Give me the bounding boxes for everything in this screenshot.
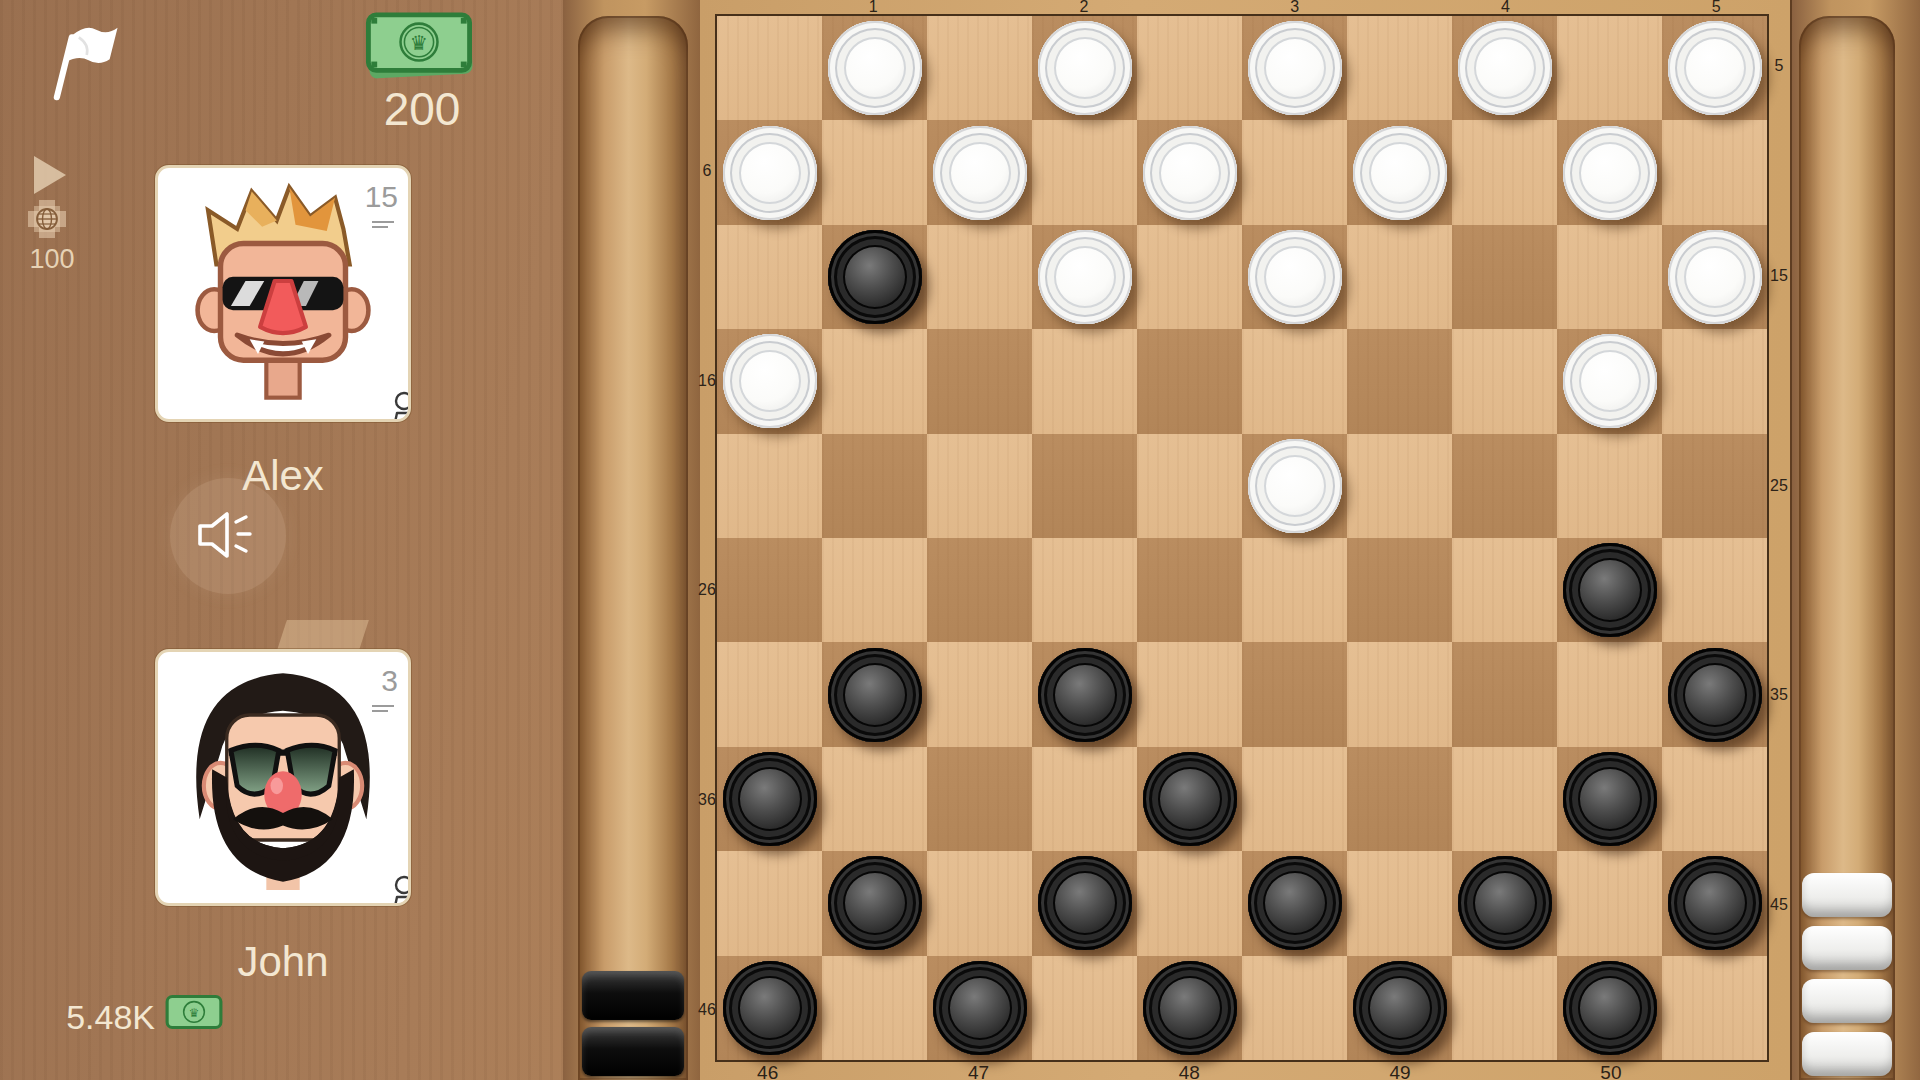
player-card-alex: 15: [155, 165, 411, 422]
square-35[interactable]: [1662, 642, 1767, 746]
black-man-square-49[interactable]: [1353, 961, 1447, 1055]
light-square: [717, 434, 822, 538]
white-man-square-13[interactable]: [1248, 230, 1342, 324]
square-8[interactable]: [1137, 120, 1242, 224]
player-name-alex: Alex: [133, 452, 433, 500]
square-27[interactable]: [927, 538, 1032, 642]
right-piece-tray-panel: [1790, 0, 1920, 1080]
square-41[interactable]: [822, 851, 927, 955]
light-square: [1137, 434, 1242, 538]
square-25[interactable]: [1662, 434, 1767, 538]
square-44[interactable]: [1452, 851, 1557, 955]
square-32[interactable]: [1032, 642, 1137, 746]
light-square: [1557, 642, 1662, 746]
square-43[interactable]: [1242, 851, 1347, 955]
light-square: [927, 642, 1032, 746]
board-label-left-36: 36: [687, 792, 727, 808]
spectator-icon: [374, 873, 411, 906]
white-man-square-2[interactable]: [1038, 21, 1132, 115]
square-18[interactable]: [1137, 329, 1242, 433]
white-man-square-6[interactable]: [723, 126, 817, 220]
white-man-square-16[interactable]: [723, 334, 817, 428]
light-square: [1242, 120, 1347, 224]
light-square: [1347, 225, 1452, 329]
board-label-bottom-48: 48: [1169, 1063, 1209, 1080]
white-man-square-12[interactable]: [1038, 230, 1132, 324]
light-square: [1137, 225, 1242, 329]
square-30[interactable]: [1557, 538, 1662, 642]
light-square: [1242, 747, 1347, 851]
square-4[interactable]: [1452, 16, 1557, 120]
captured-white-piece: [1802, 926, 1892, 970]
captured-white-pieces: [1802, 873, 1892, 1076]
board-label-bottom-49: 49: [1380, 1063, 1420, 1080]
white-man-square-3[interactable]: [1248, 21, 1342, 115]
black-man-square-35[interactable]: [1668, 648, 1762, 742]
light-square: [717, 851, 822, 955]
board-label-left-46: 46: [687, 1002, 727, 1018]
white-man-square-9[interactable]: [1353, 126, 1447, 220]
light-square: [717, 225, 822, 329]
square-22[interactable]: [1032, 434, 1137, 538]
white-man-square-8[interactable]: [1143, 126, 1237, 220]
square-20[interactable]: [1557, 329, 1662, 433]
square-26[interactable]: [717, 538, 822, 642]
stake-amount: 100: [12, 244, 92, 275]
square-3[interactable]: [1242, 16, 1347, 120]
square-12[interactable]: [1032, 225, 1137, 329]
light-square: [1452, 329, 1557, 433]
light-square: [1032, 956, 1137, 1060]
square-37[interactable]: [927, 747, 1032, 851]
balance-amount: 5.48K: [50, 998, 155, 1037]
right-tray-channel: [1799, 16, 1895, 1080]
captured-white-piece: [1802, 1032, 1892, 1076]
captured-white-piece: [1802, 979, 1892, 1023]
black-man-square-48[interactable]: [1143, 961, 1237, 1055]
white-man-square-15[interactable]: [1668, 230, 1762, 324]
square-33[interactable]: [1242, 642, 1347, 746]
speaker-icon: [194, 504, 260, 566]
square-39[interactable]: [1347, 747, 1452, 851]
avatar-john: [158, 652, 408, 903]
light-square: [822, 329, 927, 433]
black-man-square-46[interactable]: [723, 961, 817, 1055]
board: 123454647484950616263646515253545: [700, 0, 1790, 1080]
light-square: [1137, 16, 1242, 120]
square-24[interactable]: [1452, 434, 1557, 538]
black-man-square-45[interactable]: [1668, 856, 1762, 950]
board-label-left-16: 16: [687, 373, 727, 389]
white-man-square-10[interactable]: [1563, 126, 1657, 220]
square-2[interactable]: [1032, 16, 1137, 120]
board-label-top-1: 1: [853, 0, 893, 15]
square-38[interactable]: [1137, 747, 1242, 851]
light-square: [1347, 16, 1452, 120]
resign-flag-icon[interactable]: [44, 18, 126, 110]
light-square: [1662, 747, 1767, 851]
svg-text:♛: ♛: [410, 31, 428, 55]
light-square: [1452, 956, 1557, 1060]
square-21[interactable]: [822, 434, 927, 538]
square-46[interactable]: [717, 956, 822, 1060]
light-square: [1032, 120, 1137, 224]
light-square: [822, 747, 927, 851]
light-square: [927, 225, 1032, 329]
counter-underline: [372, 218, 394, 228]
captured-black-pieces: [582, 971, 684, 1076]
square-31[interactable]: [822, 642, 927, 746]
square-19[interactable]: [1347, 329, 1452, 433]
board-label-bottom-47: 47: [959, 1063, 999, 1080]
captured-black-piece: [582, 971, 684, 1020]
square-6[interactable]: [717, 120, 822, 224]
white-man-square-1[interactable]: [828, 21, 922, 115]
square-36[interactable]: [717, 747, 822, 851]
light-square: [1452, 120, 1557, 224]
board-label-top-3: 3: [1275, 0, 1315, 15]
light-square: [1242, 329, 1347, 433]
square-28[interactable]: [1137, 538, 1242, 642]
pot-banknote-icon: ♛: [360, 10, 478, 86]
black-man-square-41[interactable]: [828, 856, 922, 950]
square-34[interactable]: [1452, 642, 1557, 746]
light-square: [1662, 120, 1767, 224]
player-counter: 15: [365, 182, 398, 212]
counter-underline: [372, 702, 394, 712]
balance-banknote-icon: ♛: [163, 993, 225, 1037]
black-man-square-31[interactable]: [828, 648, 922, 742]
light-square: [1557, 434, 1662, 538]
square-50[interactable]: [1557, 956, 1662, 1060]
game-stage: ♛ 200 100: [0, 0, 1920, 1080]
light-square: [1557, 225, 1662, 329]
svg-text:♛: ♛: [189, 1006, 200, 1020]
white-man-square-23[interactable]: [1248, 439, 1342, 533]
square-15[interactable]: [1662, 225, 1767, 329]
board-grid: [715, 14, 1769, 1062]
light-square: [1242, 956, 1347, 1060]
pot-amount: 200: [352, 82, 492, 136]
left-piece-tray-panel: [563, 0, 702, 1080]
light-square: [1662, 956, 1767, 1060]
board-label-bottom-46: 46: [748, 1063, 788, 1080]
board-label-top-4: 4: [1486, 0, 1526, 15]
spectator-icon: [374, 389, 411, 422]
black-man-square-47[interactable]: [933, 961, 1027, 1055]
black-man-square-32[interactable]: [1038, 648, 1132, 742]
white-man-square-7[interactable]: [933, 126, 1027, 220]
board-label-bottom-50: 50: [1591, 1063, 1631, 1080]
light-square: [1242, 538, 1347, 642]
black-man-square-38[interactable]: [1143, 752, 1237, 846]
captured-black-piece: [582, 1027, 684, 1076]
light-square: [717, 16, 822, 120]
light-square: [1452, 538, 1557, 642]
square-47[interactable]: [927, 956, 1032, 1060]
square-5[interactable]: [1662, 16, 1767, 120]
square-23[interactable]: [1242, 434, 1347, 538]
light-square: [717, 642, 822, 746]
square-17[interactable]: [927, 329, 1032, 433]
decorative-highlight: [277, 620, 369, 650]
sound-button[interactable]: [170, 478, 286, 594]
board-label-top-5: 5: [1696, 0, 1736, 15]
light-square: [1032, 538, 1137, 642]
square-1[interactable]: [822, 16, 927, 120]
light-square: [1347, 642, 1452, 746]
captured-white-piece: [1802, 873, 1892, 917]
light-square: [1032, 329, 1137, 433]
square-48[interactable]: [1137, 956, 1242, 1060]
square-14[interactable]: [1452, 225, 1557, 329]
light-square: [1032, 747, 1137, 851]
light-square: [1662, 329, 1767, 433]
light-square: [1662, 538, 1767, 642]
light-square: [1347, 434, 1452, 538]
black-man-square-42[interactable]: [1038, 856, 1132, 950]
light-square: [927, 16, 1032, 120]
white-man-square-4[interactable]: [1458, 21, 1552, 115]
black-man-square-43[interactable]: [1248, 856, 1342, 950]
square-13[interactable]: [1242, 225, 1347, 329]
black-man-square-30[interactable]: [1563, 543, 1657, 637]
play-icon[interactable]: [30, 154, 70, 200]
white-man-square-5[interactable]: [1668, 21, 1762, 115]
square-45[interactable]: [1662, 851, 1767, 955]
light-square: [822, 120, 927, 224]
light-square: [822, 538, 927, 642]
light-square: [1557, 851, 1662, 955]
square-16[interactable]: [717, 329, 822, 433]
board-label-left-6: 6: [687, 163, 727, 179]
black-man-square-44[interactable]: [1458, 856, 1552, 950]
light-square: [927, 434, 1032, 538]
light-square: [1137, 851, 1242, 955]
board-label-left-26: 26: [687, 582, 727, 598]
light-square: [1452, 747, 1557, 851]
player-card-john: 3: [155, 649, 411, 906]
square-29[interactable]: [1347, 538, 1452, 642]
light-square: [1137, 642, 1242, 746]
light-square: [822, 956, 927, 1060]
black-man-square-40[interactable]: [1563, 752, 1657, 846]
player-name-john: John: [133, 938, 433, 986]
light-square: [1557, 16, 1662, 120]
board-label-top-2: 2: [1064, 0, 1104, 15]
square-40[interactable]: [1557, 747, 1662, 851]
square-9[interactable]: [1347, 120, 1452, 224]
light-square: [927, 851, 1032, 955]
square-7[interactable]: [927, 120, 1032, 224]
white-man-square-20[interactable]: [1563, 334, 1657, 428]
player-counter: 3: [381, 666, 398, 696]
square-10[interactable]: [1557, 120, 1662, 224]
light-square: [1347, 851, 1452, 955]
black-man-square-11[interactable]: [828, 230, 922, 324]
globe-board-icon[interactable]: [25, 198, 69, 244]
square-11[interactable]: [822, 225, 927, 329]
square-49[interactable]: [1347, 956, 1452, 1060]
black-man-square-50[interactable]: [1563, 961, 1657, 1055]
black-man-square-36[interactable]: [723, 752, 817, 846]
left-tray-channel: [578, 16, 688, 1080]
square-42[interactable]: [1032, 851, 1137, 955]
